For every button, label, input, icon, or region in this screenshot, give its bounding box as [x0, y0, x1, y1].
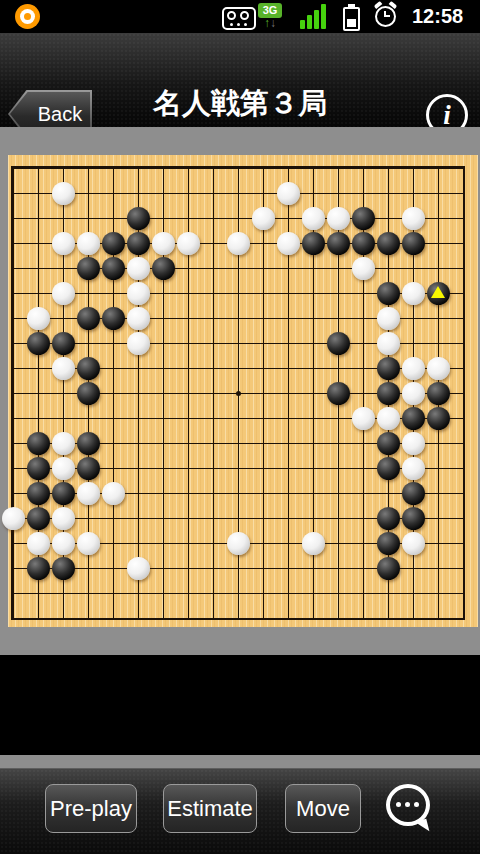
white-stone [2, 507, 25, 530]
divider-band-middle [0, 627, 480, 655]
black-stone [352, 207, 375, 230]
black-stone [27, 457, 50, 480]
white-stone [127, 332, 150, 355]
black-stone [27, 332, 50, 355]
white-stone [377, 307, 400, 330]
white-stone [52, 182, 75, 205]
white-stone [327, 207, 350, 230]
black-stone [427, 407, 450, 430]
white-stone [27, 532, 50, 555]
white-stone [402, 282, 425, 305]
page-title: 名人戦第３局 [90, 87, 390, 119]
white-stone [377, 332, 400, 355]
black-stone [352, 232, 375, 255]
white-stone [302, 207, 325, 230]
estimate-button[interactable]: Estimate [163, 784, 257, 833]
white-stone [52, 457, 75, 480]
black-stone [327, 332, 350, 355]
black-stone [52, 482, 75, 505]
black-stone [77, 257, 100, 280]
black-stone [152, 257, 175, 280]
white-stone [377, 407, 400, 430]
black-stone [27, 557, 50, 580]
black-stone [402, 482, 425, 505]
black-stone [427, 282, 450, 305]
white-stone [402, 532, 425, 555]
black-stone [102, 307, 125, 330]
black-stone [77, 432, 100, 455]
white-stone [52, 432, 75, 455]
last-move-triangle-marker [431, 286, 445, 298]
black-stone [127, 232, 150, 255]
white-stone [127, 282, 150, 305]
white-stone [152, 232, 175, 255]
white-stone [127, 307, 150, 330]
white-stone [77, 482, 100, 505]
black-stone [402, 232, 425, 255]
title-bar: Back 名人戦第３局 (Current 87Move) i [0, 33, 480, 127]
white-stone [227, 232, 250, 255]
white-stone [402, 357, 425, 380]
black-stone [52, 332, 75, 355]
white-stone [77, 232, 100, 255]
black-stone [77, 357, 100, 380]
white-stone [27, 307, 50, 330]
black-stone [77, 457, 100, 480]
app-screen: 3G ↑↓ 12:58 Back 名人戦第３局 (Current 87Move)… [0, 0, 480, 854]
black-stone [377, 232, 400, 255]
black-stone [52, 557, 75, 580]
white-stone [277, 182, 300, 205]
alarm-clock-icon [375, 6, 396, 27]
black-stone [27, 482, 50, 505]
white-stone [52, 282, 75, 305]
white-stone [427, 357, 450, 380]
white-stone [402, 432, 425, 455]
divider-band-bottom [0, 755, 480, 768]
white-stone [352, 257, 375, 280]
black-stone [102, 232, 125, 255]
black-stone [377, 282, 400, 305]
white-stone [277, 232, 300, 255]
data-traffic-arrows-icon: ↑↓ [258, 16, 282, 30]
white-stone [352, 407, 375, 430]
star-point [236, 391, 241, 396]
black-stone [377, 432, 400, 455]
black-stone [402, 507, 425, 530]
divider-band-top [0, 127, 480, 155]
black-stone [27, 432, 50, 455]
white-stone [252, 207, 275, 230]
white-stone [52, 507, 75, 530]
player-info-bar: 0 iyama(9DP) 3:10:46 (60/3) yamashita(9D… [0, 655, 480, 755]
white-stone [402, 457, 425, 480]
black-stone [77, 382, 100, 405]
black-stone [327, 232, 350, 255]
black-stone [102, 257, 125, 280]
white-stone [227, 532, 250, 555]
preplay-button[interactable]: Pre-play [45, 784, 137, 833]
go-board-area [0, 155, 480, 627]
black-stone [302, 232, 325, 255]
white-stone [302, 532, 325, 555]
white-stone [127, 557, 150, 580]
black-stone [377, 507, 400, 530]
signal-bars-icon [300, 4, 330, 29]
black-stone [27, 507, 50, 530]
black-stone [427, 382, 450, 405]
status-time: 12:58 [412, 5, 474, 28]
white-stone [402, 207, 425, 230]
white-stone [177, 232, 200, 255]
status-bar: 3G ↑↓ 12:58 [0, 0, 480, 33]
black-stone [402, 407, 425, 430]
white-stone [77, 532, 100, 555]
white-stone [52, 532, 75, 555]
black-stone [77, 307, 100, 330]
app-logo-icon [15, 4, 40, 29]
chat-button[interactable] [386, 784, 434, 832]
go-board-wood[interactable] [8, 155, 478, 627]
black-stone [327, 382, 350, 405]
white-stone [402, 382, 425, 405]
move-button[interactable]: Move [285, 784, 361, 833]
black-stone [377, 557, 400, 580]
black-stone [377, 382, 400, 405]
white-stone [52, 232, 75, 255]
white-stone [52, 357, 75, 380]
battery-icon [343, 7, 360, 31]
white-stone [102, 482, 125, 505]
black-stone [127, 207, 150, 230]
black-stone [377, 532, 400, 555]
voicemail-icon [222, 7, 256, 30]
black-stone [377, 357, 400, 380]
white-stone [127, 257, 150, 280]
black-stone [377, 457, 400, 480]
